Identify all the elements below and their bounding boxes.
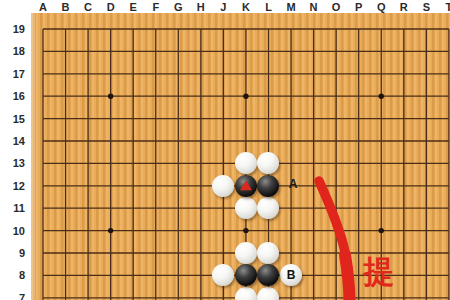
- stone-black-L8: [257, 264, 279, 286]
- col-label-D: D: [101, 0, 121, 13]
- point-label-A: A: [285, 176, 301, 192]
- col-label-M: M: [281, 0, 301, 13]
- row-label-18: 18: [2, 44, 28, 58]
- stone-white-L13: [257, 152, 279, 174]
- row-label-9: 9: [2, 246, 28, 260]
- row-label-17: 17: [2, 67, 28, 81]
- row-label-8: 8: [2, 268, 28, 282]
- col-label-J: J: [213, 0, 233, 13]
- stone-white-J8: [212, 264, 234, 286]
- go-diagram: B ABCDEFGHJKLMNOPQRST1918171615141312111…: [0, 0, 450, 300]
- triangle-mark: [240, 180, 252, 190]
- row-label-15: 15: [2, 112, 28, 126]
- col-label-H: H: [191, 0, 211, 13]
- row-label-7: 7: [2, 291, 28, 300]
- col-label-E: E: [123, 0, 143, 13]
- col-label-F: F: [146, 0, 166, 13]
- col-label-K: K: [236, 0, 256, 13]
- col-label-B: B: [56, 0, 76, 13]
- stone-white-L11: [257, 197, 279, 219]
- col-label-T: T: [439, 0, 450, 13]
- row-label-12: 12: [2, 179, 28, 193]
- row-label-13: 13: [2, 156, 28, 170]
- stone-white-K13: [235, 152, 257, 174]
- col-label-C: C: [78, 0, 98, 13]
- stone-white-M8: B: [280, 264, 302, 286]
- stone-white-L7: [257, 287, 279, 300]
- row-label-19: 19: [2, 22, 28, 36]
- col-label-G: G: [168, 0, 188, 13]
- stone-black-K12: [235, 175, 257, 197]
- col-label-A: A: [33, 0, 53, 13]
- col-label-L: L: [259, 0, 279, 13]
- row-label-14: 14: [2, 134, 28, 148]
- stone-white-J12: [212, 175, 234, 197]
- stone-label-B: B: [280, 264, 302, 286]
- stone-white-K11: [235, 197, 257, 219]
- row-label-16: 16: [2, 89, 28, 103]
- stone-black-L12: [257, 175, 279, 197]
- col-label-R: R: [394, 0, 414, 13]
- stone-white-K7: [235, 287, 257, 300]
- capture-annotation: 提: [361, 254, 397, 288]
- row-label-10: 10: [2, 224, 28, 238]
- stone-white-L9: [257, 242, 279, 264]
- col-label-Q: Q: [371, 0, 391, 13]
- col-label-S: S: [416, 0, 436, 13]
- col-label-N: N: [304, 0, 324, 13]
- stone-white-K9: [235, 242, 257, 264]
- row-label-11: 11: [2, 201, 28, 215]
- col-label-O: O: [326, 0, 346, 13]
- col-label-P: P: [349, 0, 369, 13]
- stone-black-K8: [235, 264, 257, 286]
